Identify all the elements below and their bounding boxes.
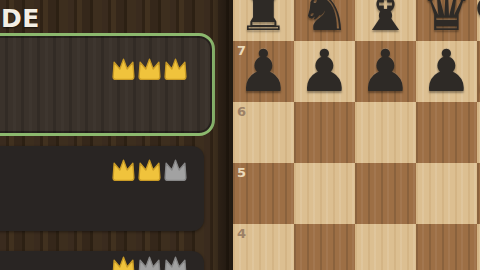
black-pawn-c7[interactable]: ♟	[355, 41, 416, 102]
square-d5[interactable]	[416, 163, 477, 224]
square-c6[interactable]	[355, 102, 416, 163]
square-b7[interactable]: ♟	[294, 41, 355, 102]
square-b6[interactable]	[294, 102, 355, 163]
square-d6[interactable]	[416, 102, 477, 163]
board-edge-shadow	[210, 0, 233, 270]
rank-label-6: 6	[237, 105, 246, 118]
crown-icon	[137, 255, 162, 270]
black-knight-b8[interactable]: ♞	[294, 0, 355, 41]
square-c8[interactable]: ♝	[355, 0, 416, 41]
square-c5[interactable]	[355, 163, 416, 224]
crown-icon	[111, 57, 136, 80]
crown-icon	[111, 255, 136, 270]
black-pawn-a7[interactable]: ♟	[233, 41, 294, 102]
square-b4[interactable]	[294, 224, 355, 270]
black-bishop-c8[interactable]: ♝	[355, 0, 416, 41]
square-c4[interactable]	[355, 224, 416, 270]
rank-label-4: 4	[237, 227, 246, 240]
crown-icon	[111, 158, 136, 181]
square-b8[interactable]: ♞	[294, 0, 355, 41]
level-card-3[interactable]	[0, 251, 204, 270]
crown-rating	[111, 255, 188, 270]
black-rook-a8[interactable]: ♜	[233, 0, 294, 41]
black-pawn-b7[interactable]: ♟	[294, 41, 355, 102]
sidebar-title: DE	[1, 4, 40, 33]
crown-icon	[137, 57, 162, 80]
crown-icon	[163, 255, 188, 270]
square-a4[interactable]: 4	[233, 224, 294, 270]
square-a5[interactable]: 5	[233, 163, 294, 224]
square-a8[interactable]: ♜	[233, 0, 294, 41]
square-d4[interactable]	[416, 224, 477, 270]
black-king-e8[interactable]: ♚	[467, 0, 480, 41]
square-a6[interactable]: 6	[233, 102, 294, 163]
crown-icon	[163, 57, 188, 80]
crown-rating	[111, 57, 188, 80]
level-card-selected[interactable]	[0, 33, 215, 136]
crown-rating	[111, 158, 188, 181]
square-b5[interactable]	[294, 163, 355, 224]
rank-label-5: 5	[237, 166, 246, 179]
crown-icon	[163, 158, 188, 181]
black-pawn-e7[interactable]: ♟	[467, 41, 480, 102]
crown-icon	[137, 158, 162, 181]
app-screen: DE ed ♜♞♝♛♚7♟♟♟♟♟654	[0, 0, 480, 270]
square-a7[interactable]: 7♟	[233, 41, 294, 102]
chess-board[interactable]: ♜♞♝♛♚7♟♟♟♟♟654	[233, 0, 480, 270]
square-c7[interactable]: ♟	[355, 41, 416, 102]
level-card-2[interactable]: ed	[0, 146, 204, 231]
